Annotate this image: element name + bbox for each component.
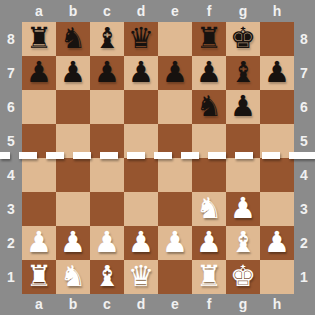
square-e4[interactable] bbox=[158, 158, 192, 192]
square-a6[interactable] bbox=[22, 90, 56, 124]
piece-white-queen-d1[interactable]: ♛ bbox=[128, 262, 154, 291]
square-c7[interactable]: ♟ bbox=[90, 56, 124, 90]
file-label-b-top: b bbox=[56, 0, 90, 22]
square-a2[interactable]: ♟ bbox=[22, 226, 56, 260]
square-f7[interactable]: ♟ bbox=[192, 56, 226, 90]
piece-white-pawn-b2[interactable]: ♟ bbox=[60, 228, 86, 257]
file-label-h-bottom: h bbox=[260, 293, 294, 315]
piece-black-pawn-f7[interactable]: ♟ bbox=[196, 58, 222, 87]
file-label-f-top: f bbox=[192, 0, 226, 22]
piece-black-pawn-c7[interactable]: ♟ bbox=[94, 58, 120, 87]
piece-black-pawn-d7[interactable]: ♟ bbox=[128, 58, 154, 87]
rank-label-2-left: 2 bbox=[0, 226, 22, 260]
piece-white-pawn-e2[interactable]: ♟ bbox=[162, 228, 188, 257]
piece-white-rook-a1[interactable]: ♜ bbox=[26, 262, 52, 291]
piece-black-pawn-h7[interactable]: ♟ bbox=[264, 58, 290, 87]
square-f1[interactable]: ♜ bbox=[192, 260, 226, 294]
file-labels-top: abcdefgh bbox=[22, 0, 294, 22]
piece-white-bishop-g2[interactable]: ♝ bbox=[230, 228, 256, 257]
piece-black-rook-f8[interactable]: ♜ bbox=[196, 24, 222, 53]
file-labels-bottom: abcdefgh bbox=[22, 293, 294, 315]
square-h7[interactable]: ♟ bbox=[260, 56, 294, 90]
square-f4[interactable] bbox=[192, 158, 226, 192]
square-g6[interactable]: ♟ bbox=[226, 90, 260, 124]
piece-black-pawn-g6[interactable]: ♟ bbox=[230, 92, 256, 121]
square-c8[interactable]: ♝ bbox=[90, 22, 124, 56]
square-d1[interactable]: ♛ bbox=[124, 260, 158, 294]
piece-black-knight-f6[interactable]: ♞ bbox=[196, 92, 222, 121]
square-g8[interactable]: ♚ bbox=[226, 22, 260, 56]
rank-label-6-right: 6 bbox=[293, 90, 315, 124]
square-b5[interactable] bbox=[56, 124, 90, 158]
square-g5[interactable] bbox=[226, 124, 260, 158]
file-label-b-bottom: b bbox=[56, 293, 90, 315]
file-label-e-bottom: e bbox=[158, 293, 192, 315]
file-label-e-top: e bbox=[158, 0, 192, 22]
piece-black-king-g8[interactable]: ♚ bbox=[230, 24, 256, 53]
square-h4[interactable] bbox=[260, 158, 294, 192]
square-a1[interactable]: ♜ bbox=[22, 260, 56, 294]
rank-label-5-left: 5 bbox=[0, 124, 22, 158]
rank-label-2-right: 2 bbox=[293, 226, 315, 260]
square-e1[interactable] bbox=[158, 260, 192, 294]
square-d2[interactable]: ♟ bbox=[124, 226, 158, 260]
rank-label-4-right: 4 bbox=[293, 158, 315, 192]
square-d6[interactable] bbox=[124, 90, 158, 124]
square-f8[interactable]: ♜ bbox=[192, 22, 226, 56]
square-c1[interactable]: ♝ bbox=[90, 260, 124, 294]
square-a3[interactable] bbox=[22, 192, 56, 226]
piece-white-pawn-f2[interactable]: ♟ bbox=[196, 228, 222, 257]
square-f2[interactable]: ♟ bbox=[192, 226, 226, 260]
square-b3[interactable] bbox=[56, 192, 90, 226]
file-label-c-bottom: c bbox=[90, 293, 124, 315]
square-b6[interactable] bbox=[56, 90, 90, 124]
piece-white-pawn-d2[interactable]: ♟ bbox=[128, 228, 154, 257]
piece-white-rook-f1[interactable]: ♜ bbox=[196, 262, 222, 291]
piece-black-pawn-b7[interactable]: ♟ bbox=[60, 58, 86, 87]
rank-labels-left: 87654321 bbox=[0, 22, 22, 294]
square-h3[interactable] bbox=[260, 192, 294, 226]
square-d7[interactable]: ♟ bbox=[124, 56, 158, 90]
square-c2[interactable]: ♟ bbox=[90, 226, 124, 260]
square-b4[interactable] bbox=[56, 158, 90, 192]
piece-black-queen-d8[interactable]: ♛ bbox=[128, 24, 154, 53]
square-g3[interactable]: ♟ bbox=[226, 192, 260, 226]
square-e8[interactable] bbox=[158, 22, 192, 56]
piece-white-pawn-a2[interactable]: ♟ bbox=[26, 228, 52, 257]
square-d3[interactable] bbox=[124, 192, 158, 226]
piece-white-knight-b1[interactable]: ♞ bbox=[60, 262, 86, 291]
piece-black-pawn-e7[interactable]: ♟ bbox=[162, 58, 188, 87]
square-b8[interactable]: ♞ bbox=[56, 22, 90, 56]
piece-black-pawn-a7[interactable]: ♟ bbox=[26, 58, 52, 87]
rank-label-8-left: 8 bbox=[0, 22, 22, 56]
square-e7[interactable]: ♟ bbox=[158, 56, 192, 90]
square-c5[interactable] bbox=[90, 124, 124, 158]
file-label-a-top: a bbox=[22, 0, 56, 22]
square-e6[interactable] bbox=[158, 90, 192, 124]
rank-label-3-left: 3 bbox=[0, 192, 22, 226]
square-a5[interactable] bbox=[22, 124, 56, 158]
square-h2[interactable]: ♟ bbox=[260, 226, 294, 260]
square-c6[interactable] bbox=[90, 90, 124, 124]
square-h5[interactable] bbox=[260, 124, 294, 158]
file-label-g-top: g bbox=[226, 0, 260, 22]
rank-label-7-right: 7 bbox=[293, 56, 315, 90]
square-b2[interactable]: ♟ bbox=[56, 226, 90, 260]
rank-label-6-left: 6 bbox=[0, 90, 22, 124]
piece-black-bishop-c8[interactable]: ♝ bbox=[94, 24, 120, 53]
square-f3[interactable]: ♞ bbox=[192, 192, 226, 226]
piece-white-pawn-c2[interactable]: ♟ bbox=[94, 228, 120, 257]
piece-black-rook-a8[interactable]: ♜ bbox=[26, 24, 52, 53]
square-h8[interactable] bbox=[260, 22, 294, 56]
square-e2[interactable]: ♟ bbox=[158, 226, 192, 260]
piece-white-bishop-c1[interactable]: ♝ bbox=[94, 262, 120, 291]
piece-white-pawn-h2[interactable]: ♟ bbox=[264, 228, 290, 257]
piece-white-pawn-g3[interactable]: ♟ bbox=[230, 194, 256, 223]
rank-label-3-right: 3 bbox=[293, 192, 315, 226]
rank-label-4-left: 4 bbox=[0, 158, 22, 192]
rank-label-1-right: 1 bbox=[293, 260, 315, 294]
square-d4[interactable] bbox=[124, 158, 158, 192]
square-h1[interactable] bbox=[260, 260, 294, 294]
piece-black-knight-b8[interactable]: ♞ bbox=[60, 24, 86, 53]
piece-black-bishop-g7[interactable]: ♝ bbox=[230, 58, 256, 87]
file-label-g-bottom: g bbox=[226, 293, 260, 315]
square-g1[interactable]: ♚ bbox=[226, 260, 260, 294]
file-label-a-bottom: a bbox=[22, 293, 56, 315]
rank-label-1-left: 1 bbox=[0, 260, 22, 294]
square-h6[interactable] bbox=[260, 90, 294, 124]
square-b1[interactable]: ♞ bbox=[56, 260, 90, 294]
file-label-d-top: d bbox=[124, 0, 158, 22]
rank-label-7-left: 7 bbox=[0, 56, 22, 90]
piece-white-king-g1[interactable]: ♚ bbox=[230, 262, 256, 291]
square-f5[interactable] bbox=[192, 124, 226, 158]
square-a8[interactable]: ♜ bbox=[22, 22, 56, 56]
square-d5[interactable] bbox=[124, 124, 158, 158]
rank-labels-right: 87654321 bbox=[293, 22, 315, 294]
square-a7[interactable]: ♟ bbox=[22, 56, 56, 90]
chessboard-frame: abcdefgh abcdefgh 87654321 87654321 ♜♞♝♛… bbox=[0, 0, 315, 315]
piece-white-knight-f3[interactable]: ♞ bbox=[196, 194, 222, 223]
square-c3[interactable] bbox=[90, 192, 124, 226]
file-label-h-top: h bbox=[260, 0, 294, 22]
rank-label-5-right: 5 bbox=[293, 124, 315, 158]
square-b7[interactable]: ♟ bbox=[56, 56, 90, 90]
file-label-f-bottom: f bbox=[192, 293, 226, 315]
square-g2[interactable]: ♝ bbox=[226, 226, 260, 260]
square-a4[interactable] bbox=[22, 158, 56, 192]
square-d8[interactable]: ♛ bbox=[124, 22, 158, 56]
square-e5[interactable] bbox=[158, 124, 192, 158]
square-c4[interactable] bbox=[90, 158, 124, 192]
file-label-d-bottom: d bbox=[124, 293, 158, 315]
file-label-c-top: c bbox=[90, 0, 124, 22]
rank-label-8-right: 8 bbox=[293, 22, 315, 56]
chessboard: ♜♞♝♛♜♚♟♟♟♟♟♟♝♟♞♟♞♟♟♟♟♟♟♟♝♟♜♞♝♛♜♚ bbox=[22, 22, 294, 294]
square-f6[interactable]: ♞ bbox=[192, 90, 226, 124]
square-g7[interactable]: ♝ bbox=[226, 56, 260, 90]
square-g4[interactable] bbox=[226, 158, 260, 192]
square-e3[interactable] bbox=[158, 192, 192, 226]
